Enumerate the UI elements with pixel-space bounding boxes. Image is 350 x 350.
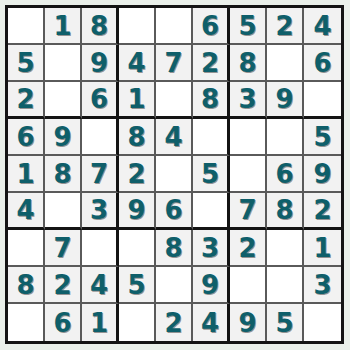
cell-r7c2[interactable]: 7: [45, 230, 82, 267]
cell-r6c9[interactable]: 2: [304, 193, 341, 230]
cell-r1c7[interactable]: 5: [230, 8, 267, 45]
cell-r6c1[interactable]: 4: [8, 193, 45, 230]
cell-r3c4[interactable]: 1: [119, 82, 156, 119]
cell-r1c4[interactable]: [119, 8, 156, 45]
cell-r2c9[interactable]: 6: [304, 45, 341, 82]
cell-r2c2[interactable]: [45, 45, 82, 82]
cell-r1c6[interactable]: 6: [193, 8, 230, 45]
cell-r7c5[interactable]: 8: [156, 230, 193, 267]
cell-r8c1[interactable]: 8: [8, 267, 45, 304]
cell-r7c4[interactable]: [119, 230, 156, 267]
cell-r5c3[interactable]: 7: [82, 156, 119, 193]
cell-r8c7[interactable]: [230, 267, 267, 304]
sudoku-board: 1 8 6 5 2 4 5 9 4 7 2 8 6 2 6 1 8 3 9 6 …: [5, 5, 344, 344]
cell-r4c1[interactable]: 6: [8, 119, 45, 156]
cell-r9c9[interactable]: [304, 304, 341, 341]
cell-r4c8[interactable]: [267, 119, 304, 156]
cell-r7c7[interactable]: 2: [230, 230, 267, 267]
cell-r3c7[interactable]: 3: [230, 82, 267, 119]
cell-r3c1[interactable]: 2: [8, 82, 45, 119]
sudoku-grid: 1 8 6 5 2 4 5 9 4 7 2 8 6 2 6 1 8 3 9 6 …: [8, 8, 341, 341]
cell-r1c1[interactable]: [8, 8, 45, 45]
cell-r2c1[interactable]: 5: [8, 45, 45, 82]
cell-r5c6[interactable]: 5: [193, 156, 230, 193]
cell-r4c4[interactable]: 8: [119, 119, 156, 156]
cell-r6c4[interactable]: 9: [119, 193, 156, 230]
cell-r5c4[interactable]: 2: [119, 156, 156, 193]
cell-r1c5[interactable]: [156, 8, 193, 45]
cell-r7c8[interactable]: [267, 230, 304, 267]
cell-r4c9[interactable]: 5: [304, 119, 341, 156]
cell-r9c8[interactable]: 5: [267, 304, 304, 341]
cell-r9c2[interactable]: 6: [45, 304, 82, 341]
cell-r4c7[interactable]: [230, 119, 267, 156]
cell-r8c8[interactable]: [267, 267, 304, 304]
cell-r4c2[interactable]: 9: [45, 119, 82, 156]
cell-r7c3[interactable]: [82, 230, 119, 267]
cell-r6c6[interactable]: [193, 193, 230, 230]
cell-r8c2[interactable]: 2: [45, 267, 82, 304]
cell-r7c1[interactable]: [8, 230, 45, 267]
cell-r6c3[interactable]: 3: [82, 193, 119, 230]
cell-r2c3[interactable]: 9: [82, 45, 119, 82]
cell-r8c5[interactable]: [156, 267, 193, 304]
cell-r6c7[interactable]: 7: [230, 193, 267, 230]
cell-r5c5[interactable]: [156, 156, 193, 193]
cell-r5c8[interactable]: 6: [267, 156, 304, 193]
cell-r9c4[interactable]: [119, 304, 156, 341]
cell-r9c1[interactable]: [8, 304, 45, 341]
cell-r6c8[interactable]: 8: [267, 193, 304, 230]
cell-r9c3[interactable]: 1: [82, 304, 119, 341]
cell-r8c6[interactable]: 9: [193, 267, 230, 304]
cell-r9c6[interactable]: 4: [193, 304, 230, 341]
cell-r4c5[interactable]: 4: [156, 119, 193, 156]
cell-r9c7[interactable]: 9: [230, 304, 267, 341]
cell-r3c6[interactable]: 8: [193, 82, 230, 119]
cell-r1c9[interactable]: 4: [304, 8, 341, 45]
cell-r1c2[interactable]: 1: [45, 8, 82, 45]
cell-r7c6[interactable]: 3: [193, 230, 230, 267]
cell-r5c7[interactable]: [230, 156, 267, 193]
cell-r1c3[interactable]: 8: [82, 8, 119, 45]
cell-r2c8[interactable]: [267, 45, 304, 82]
cell-r3c8[interactable]: 9: [267, 82, 304, 119]
cell-r8c9[interactable]: 3: [304, 267, 341, 304]
cell-r2c5[interactable]: 7: [156, 45, 193, 82]
cell-r2c6[interactable]: 2: [193, 45, 230, 82]
cell-r3c5[interactable]: [156, 82, 193, 119]
cell-r5c9[interactable]: 9: [304, 156, 341, 193]
cell-r6c2[interactable]: [45, 193, 82, 230]
cell-r4c6[interactable]: [193, 119, 230, 156]
cell-r1c8[interactable]: 2: [267, 8, 304, 45]
cell-r6c5[interactable]: 6: [156, 193, 193, 230]
cell-r5c1[interactable]: 1: [8, 156, 45, 193]
cell-r3c3[interactable]: 6: [82, 82, 119, 119]
cell-r2c7[interactable]: 8: [230, 45, 267, 82]
cell-r5c2[interactable]: 8: [45, 156, 82, 193]
cell-r9c5[interactable]: 2: [156, 304, 193, 341]
cell-r2c4[interactable]: 4: [119, 45, 156, 82]
cell-r8c4[interactable]: 5: [119, 267, 156, 304]
cell-r8c3[interactable]: 4: [82, 267, 119, 304]
cell-r4c3[interactable]: [82, 119, 119, 156]
cell-r7c9[interactable]: 1: [304, 230, 341, 267]
cell-r3c2[interactable]: [45, 82, 82, 119]
cell-r3c9[interactable]: [304, 82, 341, 119]
